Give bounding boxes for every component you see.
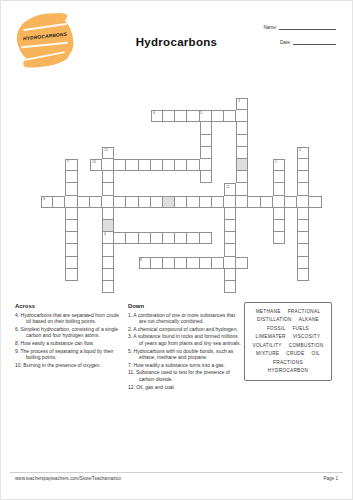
answer-cell[interactable] — [187, 110, 199, 122]
answer-cell[interactable] — [273, 196, 285, 208]
answer-cell[interactable] — [200, 122, 212, 134]
down-clue-7: 7. How readily a substance turns into a … — [128, 362, 242, 369]
word-bank-word: HYDROCARBON — [268, 367, 308, 375]
clue-number: 8 — [140, 258, 142, 261]
answer-cell[interactable] — [139, 159, 151, 171]
answer-cell[interactable]: 4 — [102, 232, 114, 244]
clue-number: 1 — [275, 160, 277, 163]
answer-cell[interactable] — [297, 244, 309, 256]
footer-store-url[interactable]: www.teacherspayteachers.com/Store/Teacha… — [15, 476, 121, 481]
answer-cell[interactable] — [273, 232, 285, 244]
name-row: Name: — [256, 24, 336, 30]
clue-number: 11 — [226, 185, 230, 188]
answer-cell[interactable] — [187, 159, 199, 171]
word-bank-word: ALKANE — [299, 316, 319, 324]
answer-cell[interactable] — [309, 196, 321, 208]
answer-cell[interactable] — [126, 232, 138, 244]
answer-cell[interactable] — [224, 232, 236, 244]
answer-cell[interactable] — [163, 159, 175, 171]
answer-cell[interactable] — [248, 196, 260, 208]
answer-cell[interactable] — [175, 232, 187, 244]
answer-cell[interactable]: 9 — [41, 196, 53, 208]
answer-cell[interactable]: 11 — [224, 183, 236, 195]
clue-number: 10 — [92, 160, 96, 163]
answer-cell[interactable] — [187, 196, 199, 208]
answer-cell[interactable] — [200, 232, 212, 244]
answer-cell[interactable] — [236, 183, 248, 195]
answer-cell[interactable] — [65, 196, 77, 208]
down-clue-11: 11. Substance used to test for the prese… — [128, 369, 242, 382]
answer-cell[interactable] — [236, 171, 248, 183]
clue-text: The process of separating a liquid by th… — [20, 348, 113, 361]
answer-cell[interactable] — [102, 183, 114, 195]
answer-cell[interactable] — [224, 257, 236, 269]
crossword-grid: 365122710111948 — [41, 98, 322, 294]
clue-text: Simplest hydrocarbon, consisting of a si… — [21, 326, 119, 339]
answer-cell[interactable] — [163, 257, 175, 269]
answer-cell[interactable] — [200, 159, 212, 171]
answer-cell[interactable]: 2 — [297, 147, 309, 159]
space-cell — [236, 159, 248, 171]
answer-cell[interactable] — [236, 196, 248, 208]
name-date-block: Name: Date: — [256, 24, 336, 54]
word-bank-word: LIMEWATER — [256, 333, 286, 341]
answer-cell[interactable] — [187, 232, 199, 244]
down-clue-3: 3. A substance found in rocks and formed… — [128, 333, 242, 346]
answer-cell[interactable] — [65, 269, 77, 281]
footer-divider — [10, 472, 343, 473]
date-row: Date: — [256, 39, 336, 45]
answer-cell[interactable] — [297, 269, 309, 281]
answer-cell[interactable] — [200, 257, 212, 269]
answer-cell[interactable] — [297, 220, 309, 232]
answer-cell[interactable] — [102, 257, 114, 269]
name-label: Name: — [263, 25, 277, 30]
answer-cell[interactable] — [200, 135, 212, 147]
answer-cell[interactable] — [151, 196, 163, 208]
answer-cell[interactable] — [236, 122, 248, 134]
answer-cell[interactable] — [212, 196, 224, 208]
answer-cell[interactable] — [273, 220, 285, 232]
answer-cell[interactable] — [273, 183, 285, 195]
answer-cell[interactable] — [224, 196, 236, 208]
down-section: Down 1. A combination of one or more sub… — [128, 303, 242, 391]
answer-cell[interactable] — [236, 147, 248, 159]
answer-cell[interactable] — [139, 196, 151, 208]
down-clue-12: 12. Oil, gas and coal. — [128, 384, 242, 391]
word-bank-word: FRACTIONAL — [288, 308, 321, 316]
clue-number: 5 — [200, 111, 202, 114]
across-clues: 4. Hydrocarbons that are separated from … — [15, 312, 125, 369]
answer-cell[interactable] — [261, 196, 273, 208]
answer-cell[interactable] — [102, 159, 114, 171]
answer-cell[interactable] — [297, 257, 309, 269]
clue-text: Hydrocarbons that are separated from cru… — [21, 312, 119, 325]
across-clue-6: 6. Simplest hydrocarbon, consisting of a… — [15, 326, 125, 339]
answer-cell[interactable] — [297, 232, 309, 244]
answer-cell[interactable] — [212, 257, 224, 269]
clue-text: Oil, gas and coal. — [136, 384, 175, 390]
answer-cell[interactable] — [102, 281, 114, 293]
answer-cell[interactable] — [236, 257, 248, 269]
clue-text: How readily a substance turns into a gas… — [134, 362, 225, 368]
down-clue-5: 5. Hydrocarbons with no double bonds, su… — [128, 348, 242, 361]
answer-cell[interactable] — [151, 257, 163, 269]
answer-cell[interactable] — [65, 183, 77, 195]
across-clue-10: 10. Burning in the presence of oxygen. — [15, 362, 125, 369]
answer-cell[interactable] — [273, 171, 285, 183]
across-clue-8: 8. How easily a substance can flow. — [15, 340, 125, 347]
clue-number: 2 — [299, 148, 301, 151]
answer-cell[interactable] — [236, 135, 248, 147]
clue-list-number: 11. — [128, 369, 136, 375]
clue-number: 9 — [43, 197, 45, 200]
answer-cell[interactable] — [65, 244, 77, 256]
word-bank-word: CRUDE — [286, 350, 304, 358]
name-input-line[interactable] — [279, 24, 336, 30]
answer-cell[interactable]: 8 — [139, 257, 151, 269]
answer-cell[interactable]: 6 — [151, 110, 163, 122]
answer-cell[interactable] — [200, 196, 212, 208]
answer-cell[interactable]: 5 — [200, 110, 212, 122]
answer-cell[interactable]: 10 — [90, 159, 102, 171]
answer-cell[interactable] — [175, 196, 187, 208]
answer-cell[interactable] — [102, 196, 114, 208]
answer-cell[interactable] — [297, 159, 309, 171]
answer-cell[interactable] — [151, 159, 163, 171]
answer-cell[interactable] — [114, 196, 126, 208]
word-bank-word: COMBUSTION — [289, 342, 324, 350]
clue-text: How easily a substance can flow. — [21, 340, 94, 346]
answer-cell[interactable] — [224, 220, 236, 232]
answer-cell[interactable] — [102, 171, 114, 183]
answer-cell[interactable] — [224, 269, 236, 281]
answer-cell[interactable] — [297, 183, 309, 195]
word-bank-word: MIXTURE — [256, 350, 279, 358]
word-bank-word: OIL — [311, 350, 319, 358]
answer-cell[interactable] — [65, 220, 77, 232]
answer-cell[interactable] — [236, 110, 248, 122]
down-heading: Down — [128, 303, 242, 309]
answer-cell[interactable] — [139, 232, 151, 244]
across-clue-4: 4. Hydrocarbons that are separated from … — [15, 312, 125, 325]
word-bank-word: FOSSIL — [267, 325, 285, 333]
word-bank: METHANEFRACTIONALDISTILLATIONALKANEFOSSI… — [244, 302, 332, 381]
answer-cell[interactable] — [126, 196, 138, 208]
down-clue-1: 1. A combination of one or more substanc… — [128, 312, 242, 325]
clue-number: 7 — [67, 160, 69, 163]
answer-cell[interactable] — [224, 110, 236, 122]
clue-number: 12 — [104, 148, 108, 151]
answer-cell[interactable] — [114, 232, 126, 244]
answer-cell[interactable] — [224, 208, 236, 220]
clue-text: Substance used to test for the presence … — [136, 369, 230, 382]
answer-cell[interactable]: 1 — [273, 159, 285, 171]
answer-cell[interactable] — [175, 110, 187, 122]
answer-cell[interactable] — [90, 196, 102, 208]
clue-text: A combination of one or more substances … — [133, 312, 235, 325]
answer-cell[interactable] — [163, 110, 175, 122]
answer-cell[interactable] — [65, 208, 77, 220]
word-bank-word: FUELS — [292, 325, 309, 333]
word-bank-word: DISTILLATION — [257, 316, 292, 324]
answer-cell[interactable] — [273, 208, 285, 220]
answer-cell[interactable] — [65, 232, 77, 244]
down-clue-2: 2. A chemical compound of carbon and hyd… — [128, 326, 242, 333]
word-bank-word: VOLATILITY — [253, 342, 282, 350]
answer-cell[interactable] — [102, 208, 114, 220]
answer-cell[interactable]: 7 — [65, 159, 77, 171]
answer-cell[interactable] — [224, 244, 236, 256]
answer-cell[interactable] — [224, 281, 236, 293]
word-bank-word: VISCOSITY — [293, 333, 321, 341]
word-bank-word: METHANE — [256, 308, 281, 316]
date-label: Date: — [280, 40, 291, 45]
space-cell — [102, 220, 114, 232]
footer-page-number: Page 1 — [323, 476, 338, 481]
answer-cell[interactable]: 12 — [102, 147, 114, 159]
clue-number: 6 — [153, 111, 155, 114]
answer-cell[interactable] — [212, 110, 224, 122]
date-input-line[interactable] — [293, 39, 336, 45]
answer-cell[interactable] — [53, 196, 65, 208]
answer-cell[interactable] — [285, 196, 297, 208]
space-cell — [163, 196, 175, 208]
answer-cell[interactable] — [175, 159, 187, 171]
across-heading: Across — [15, 303, 125, 309]
answer-cell[interactable] — [200, 171, 212, 183]
clue-text: Hydrocarbons with no double bonds, such … — [134, 348, 234, 361]
answer-cell[interactable] — [78, 196, 90, 208]
answer-cell[interactable] — [297, 208, 309, 220]
answer-cell[interactable] — [126, 159, 138, 171]
answer-cell[interactable] — [187, 257, 199, 269]
clue-text: A chemical compound of carbon and hydrog… — [133, 326, 238, 332]
answer-cell[interactable] — [102, 244, 114, 256]
answer-cell[interactable] — [151, 232, 163, 244]
clue-text: A substance found in rocks and formed mi… — [133, 333, 241, 346]
answer-cell[interactable] — [102, 269, 114, 281]
answer-cell[interactable] — [163, 232, 175, 244]
answer-cell[interactable] — [297, 196, 309, 208]
clue-text: Burning in the presence of oxygen. — [23, 362, 100, 368]
clue-number: 4 — [104, 232, 106, 235]
answer-cell[interactable] — [65, 257, 77, 269]
clue-number: 3 — [238, 99, 240, 102]
across-clue-9: 9. The process of separating a liquid by… — [15, 348, 125, 361]
answer-cell[interactable] — [65, 171, 77, 183]
down-clues: 1. A combination of one or more substanc… — [128, 312, 242, 391]
answer-cell[interactable]: 3 — [236, 98, 248, 110]
answer-cell[interactable] — [200, 147, 212, 159]
answer-cell[interactable] — [297, 171, 309, 183]
across-section: Across 4. Hydrocarbons that are separate… — [15, 303, 125, 369]
answer-cell[interactable] — [175, 257, 187, 269]
word-bank-word: FRACTIONS — [273, 359, 303, 367]
answer-cell[interactable] — [114, 159, 126, 171]
